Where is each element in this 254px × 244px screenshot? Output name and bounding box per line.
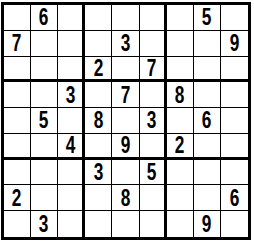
- given-digit: 9: [230, 31, 240, 55]
- cell-r9c7[interactable]: [167, 211, 194, 237]
- cell-r5c8[interactable]: 6: [194, 108, 221, 134]
- cell-r6c6[interactable]: [140, 134, 167, 160]
- cell-r5c3[interactable]: [58, 108, 85, 134]
- cell-r8c5[interactable]: 8: [112, 185, 139, 211]
- given-digit: 9: [202, 212, 212, 236]
- given-digit: 2: [94, 57, 104, 80]
- cell-r5c2[interactable]: 5: [31, 108, 58, 134]
- page: { "game": { "name": "Sudoku", "grid_size…: [0, 0, 254, 244]
- given-digit: 6: [230, 186, 240, 210]
- cell-r5c5[interactable]: [112, 108, 139, 134]
- given-digit: 8: [94, 108, 104, 132]
- cell-r6c2[interactable]: [31, 134, 58, 160]
- cell-r4c7[interactable]: 8: [167, 82, 194, 108]
- cell-r7c3[interactable]: [58, 160, 85, 186]
- cell-r3c9[interactable]: [221, 57, 248, 83]
- given-digit: 2: [175, 134, 185, 157]
- cell-r2c3[interactable]: [58, 31, 85, 57]
- cell-r5c9[interactable]: [221, 108, 248, 134]
- cell-r9c5[interactable]: [112, 211, 139, 237]
- given-digit: 3: [94, 160, 104, 184]
- cell-r3c8[interactable]: [194, 57, 221, 83]
- given-digit: 7: [121, 83, 131, 107]
- cell-r3c6[interactable]: 7: [140, 57, 167, 83]
- given-digit: 4: [65, 134, 75, 157]
- cell-r6c9[interactable]: [221, 134, 248, 160]
- cell-r8c8[interactable]: [194, 185, 221, 211]
- cell-r5c4[interactable]: 8: [85, 108, 112, 134]
- cell-r2c4[interactable]: [85, 31, 112, 57]
- cell-r6c1[interactable]: [4, 134, 31, 160]
- cell-r8c9[interactable]: 6: [221, 185, 248, 211]
- cell-r2c8[interactable]: [194, 31, 221, 57]
- given-digit: 2: [12, 186, 22, 210]
- cell-r2c7[interactable]: [167, 31, 194, 57]
- cell-r7c6[interactable]: 5: [140, 160, 167, 186]
- cell-r4c3[interactable]: 3: [58, 82, 85, 108]
- given-digit: 5: [202, 5, 212, 29]
- cell-r1c2[interactable]: 6: [31, 5, 58, 31]
- cell-r3c7[interactable]: [167, 57, 194, 83]
- cell-r9c6[interactable]: [140, 211, 167, 237]
- cell-r9c9[interactable]: [221, 211, 248, 237]
- cell-r6c4[interactable]: [85, 134, 112, 160]
- cell-r1c3[interactable]: [58, 5, 85, 31]
- cell-r2c1[interactable]: 7: [4, 31, 31, 57]
- cell-r2c6[interactable]: [140, 31, 167, 57]
- cell-r1c5[interactable]: [112, 5, 139, 31]
- given-digit: 6: [202, 108, 212, 132]
- cell-r4c1[interactable]: [4, 82, 31, 108]
- given-digit: 8: [121, 186, 131, 210]
- cell-r3c1[interactable]: [4, 57, 31, 83]
- cell-r6c3[interactable]: 4: [58, 134, 85, 160]
- cell-r8c2[interactable]: [31, 185, 58, 211]
- cell-r7c8[interactable]: [194, 160, 221, 186]
- given-digit: 3: [65, 83, 75, 107]
- cell-r1c4[interactable]: [85, 5, 112, 31]
- cell-r9c2[interactable]: 3: [31, 211, 58, 237]
- cell-r4c5[interactable]: 7: [112, 82, 139, 108]
- cell-r8c4[interactable]: [85, 185, 112, 211]
- cell-r4c2[interactable]: [31, 82, 58, 108]
- cell-r8c1[interactable]: 2: [4, 185, 31, 211]
- cell-r4c9[interactable]: [221, 82, 248, 108]
- given-digit: 7: [147, 57, 157, 80]
- cell-r1c1[interactable]: [4, 5, 31, 31]
- cell-r3c4[interactable]: 2: [85, 57, 112, 83]
- given-digit: 5: [39, 108, 49, 132]
- cell-r1c9[interactable]: [221, 5, 248, 31]
- cell-r7c7[interactable]: [167, 160, 194, 186]
- cell-r3c3[interactable]: [58, 57, 85, 83]
- cell-r6c5[interactable]: 9: [112, 134, 139, 160]
- cell-r7c9[interactable]: [221, 160, 248, 186]
- cell-r7c1[interactable]: [4, 160, 31, 186]
- cell-r9c1[interactable]: [4, 211, 31, 237]
- cell-r6c8[interactable]: [194, 134, 221, 160]
- cell-r9c8[interactable]: 9: [194, 211, 221, 237]
- cell-r1c7[interactable]: [167, 5, 194, 31]
- cell-r3c2[interactable]: [31, 57, 58, 83]
- cell-r5c1[interactable]: [4, 108, 31, 134]
- given-digit: 8: [175, 83, 185, 107]
- cell-r7c5[interactable]: [112, 160, 139, 186]
- sudoku-board: 657392737858364923528639: [1, 2, 251, 240]
- cell-r9c4[interactable]: [85, 211, 112, 237]
- given-digit: 5: [147, 160, 157, 184]
- cell-r3c5[interactable]: [112, 57, 139, 83]
- cell-r2c2[interactable]: [31, 31, 58, 57]
- given-digit: 7: [12, 31, 22, 55]
- cell-r8c3[interactable]: [58, 185, 85, 211]
- cell-r4c8[interactable]: [194, 82, 221, 108]
- cell-r2c9[interactable]: 9: [221, 31, 248, 57]
- cell-r6c7[interactable]: 2: [167, 134, 194, 160]
- cell-r2c5[interactable]: 3: [112, 31, 139, 57]
- cell-r5c7[interactable]: [167, 108, 194, 134]
- cell-r4c6[interactable]: [140, 82, 167, 108]
- given-digit: 3: [39, 212, 49, 236]
- cell-r1c8[interactable]: 5: [194, 5, 221, 31]
- cell-r1c6[interactable]: [140, 5, 167, 31]
- cell-r8c6[interactable]: [140, 185, 167, 211]
- given-digit: 3: [121, 31, 131, 55]
- cell-r7c2[interactable]: [31, 160, 58, 186]
- cell-r8c7[interactable]: [167, 185, 194, 211]
- cell-r5c6[interactable]: 3: [140, 108, 167, 134]
- cell-r9c3[interactable]: [58, 211, 85, 237]
- given-digit: 9: [121, 134, 131, 157]
- given-digit: 3: [147, 108, 157, 132]
- cell-r7c4[interactable]: 3: [85, 160, 112, 186]
- given-digit: 6: [39, 5, 49, 29]
- cell-r4c4[interactable]: [85, 82, 112, 108]
